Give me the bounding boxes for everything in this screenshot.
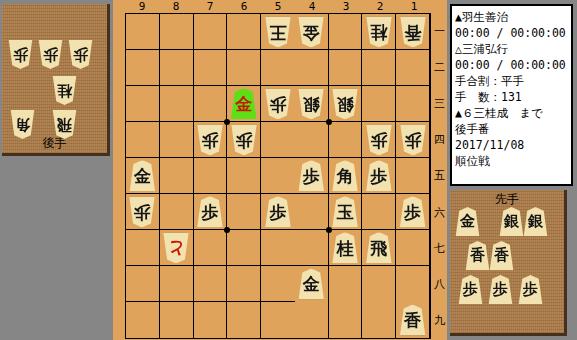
board-cell-3-2[interactable] [329, 50, 363, 86]
board-cell-9-3[interactable] [126, 86, 160, 122]
board-cell-6-7[interactable] [227, 230, 261, 266]
board-cell-8-3[interactable] [160, 86, 194, 122]
board-cell-8-1[interactable] [160, 14, 194, 50]
board-cell-9-2[interactable] [126, 50, 160, 86]
board-cell-4-7[interactable] [295, 230, 329, 266]
shogi-piece-香-19[interactable]: 香 [399, 305, 426, 336]
shogi-piece-歩-25[interactable]: 歩 [365, 160, 392, 191]
shogi-piece-歩-16[interactable]: 歩 [399, 196, 426, 227]
board-cell-9-8[interactable] [126, 266, 160, 302]
file-label: 7 [193, 0, 227, 13]
board-cell-8-6[interactable] [160, 194, 194, 230]
shogi-piece-王-51[interactable]: 王 [264, 16, 291, 47]
shogi-piece-金-95[interactable]: 金 [129, 160, 156, 191]
board-cell-5-5[interactable] [261, 158, 295, 194]
shogi-piece-歩-64[interactable]: 歩 [230, 124, 257, 155]
board-cell-8-8[interactable] [160, 266, 194, 302]
board-cell-5-2[interactable] [261, 50, 295, 86]
info-line: 00:00 / 00:00:00 [455, 57, 569, 73]
info-line: ▲羽生善治 [455, 9, 569, 25]
rank-label: 三 [432, 85, 447, 121]
file-labels: 987654321 [125, 0, 431, 13]
board-cell-6-3[interactable]: 金 [227, 86, 261, 122]
board-cell-4-3[interactable]: 銀 [295, 86, 329, 122]
board-cell-5-6[interactable]: 歩 [261, 194, 295, 230]
file-label: 8 [159, 0, 193, 13]
board-cell-2-7[interactable]: 飛 [362, 230, 396, 266]
board-cell-7-8[interactable] [194, 266, 228, 302]
rank-label: 九 [432, 303, 447, 339]
board-cell-9-5[interactable]: 金 [126, 158, 160, 194]
board-cell-8-9[interactable] [160, 302, 194, 338]
board-cell-1-9[interactable]: 香 [396, 302, 430, 338]
sente-hand-piece-銀[interactable]: 銀 [523, 207, 548, 236]
shogi-piece-飛-27[interactable]: 飛 [365, 232, 392, 263]
file-label: 9 [125, 0, 159, 13]
board-cell-4-5[interactable]: 歩 [295, 158, 329, 194]
info-line: △三浦弘行 [455, 41, 569, 57]
board-cell-9-4[interactable] [126, 122, 160, 158]
board-cell-2-2[interactable] [362, 50, 396, 86]
board-cell-9-9[interactable] [126, 302, 160, 338]
sente-hand-tray: 先手 金銀銀香香歩歩歩 [450, 190, 567, 336]
shogi-piece-香-11[interactable]: 香 [399, 16, 426, 47]
board-cell-2-3[interactable] [362, 86, 396, 122]
board-cell-1-7[interactable] [396, 230, 430, 266]
shogi-piece-銀-43[interactable]: 銀 [298, 88, 325, 119]
board-grid[interactable]: 王金桂香金歩銀銀歩歩歩歩金歩角歩歩歩歩玉歩と桂飛金香 [125, 13, 431, 339]
shogi-piece-歩-45[interactable]: 歩 [298, 160, 325, 191]
board-cell-2-5[interactable]: 歩 [362, 158, 396, 194]
board-cell-7-4[interactable]: 歩 [194, 122, 228, 158]
shogi-piece-歩-74[interactable]: 歩 [196, 124, 223, 155]
file-label: 4 [295, 0, 329, 13]
shogi-piece-桂-21[interactable]: 桂 [365, 16, 392, 47]
board-cell-2-6[interactable] [362, 194, 396, 230]
board-cell-6-2[interactable] [227, 50, 261, 86]
board-cell-1-3[interactable] [396, 86, 430, 122]
star-point [326, 119, 332, 125]
board-cell-6-9[interactable] [227, 302, 261, 338]
rank-label: 八 [432, 267, 447, 303]
board-cell-8-7[interactable]: と [160, 230, 194, 266]
board-cell-4-8[interactable]: 金 [295, 266, 329, 302]
board-cell-9-1[interactable] [126, 14, 160, 50]
board-cell-3-1[interactable] [329, 14, 363, 50]
gote-hand-piece-歩[interactable]: 歩 [38, 40, 63, 69]
board-cell-8-4[interactable] [160, 122, 194, 158]
board-cell-6-1[interactable] [227, 14, 261, 50]
game-info-panel: ▲羽生善治00:00 / 00:00:00△三浦弘行00:00 / 00:00:… [450, 4, 573, 186]
board-cell-4-6[interactable] [295, 194, 329, 230]
board-cell-4-2[interactable] [295, 50, 329, 86]
board-cell-4-4[interactable] [295, 122, 329, 158]
gote-tray-label: 後手 [2, 135, 107, 152]
sente-tray-label: 先手 [450, 191, 564, 208]
board-cell-3-7[interactable]: 桂 [329, 230, 363, 266]
board-cell-5-1[interactable]: 王 [261, 14, 295, 50]
file-label: 5 [261, 0, 295, 13]
board-cell-3-9[interactable] [329, 302, 363, 338]
gote-hand-piece-歩[interactable]: 歩 [68, 40, 93, 69]
board-cell-9-7[interactable] [126, 230, 160, 266]
board-cell-4-1[interactable]: 金 [295, 14, 329, 50]
rank-label: 一 [432, 13, 447, 49]
board-cell-1-2[interactable] [396, 50, 430, 86]
gote-hand-tray: 後手 歩歩歩桂角飛 [2, 4, 110, 156]
board-cell-2-8[interactable] [362, 266, 396, 302]
info-line: ▲６三桂成 まで [455, 105, 569, 121]
shogi-piece-歩-56[interactable]: 歩 [264, 196, 291, 227]
gote-hand-piece-桂[interactable]: 桂 [52, 76, 77, 105]
board-cell-1-6[interactable]: 歩 [396, 194, 430, 230]
board-cell-7-7[interactable] [194, 230, 228, 266]
board-cell-4-9[interactable] [295, 302, 329, 338]
rank-label: 七 [432, 230, 447, 266]
rank-label: 五 [432, 158, 447, 194]
info-line: 手合割：平手 [455, 73, 569, 89]
file-label: 3 [329, 0, 363, 13]
star-point [326, 227, 332, 233]
shogi-piece-玉-36[interactable]: 玉 [332, 196, 359, 227]
board-cell-1-8[interactable] [396, 266, 430, 302]
shogi-piece-角-35[interactable]: 角 [332, 160, 359, 191]
shogi-piece-銀-33[interactable]: 銀 [332, 88, 359, 119]
board-cell-5-3[interactable]: 歩 [261, 86, 295, 122]
board-cell-2-1[interactable]: 桂 [362, 14, 396, 50]
shogi-piece-と-87[interactable]: と [163, 232, 190, 263]
board-cell-3-4[interactable] [329, 122, 363, 158]
board-cell-5-7[interactable] [261, 230, 295, 266]
sente-hand-piece-歩[interactable]: 歩 [518, 275, 543, 304]
board-cell-1-5[interactable] [396, 158, 430, 194]
shogi-piece-歩-96[interactable]: 歩 [129, 196, 156, 227]
board-cell-2-9[interactable] [362, 302, 396, 338]
board-cell-3-5[interactable]: 角 [329, 158, 363, 194]
sente-hand-piece-歩[interactable]: 歩 [458, 275, 483, 304]
board-cell-3-6[interactable]: 玉 [329, 194, 363, 230]
board-cell-7-9[interactable] [194, 302, 228, 338]
board-cell-5-9[interactable] [261, 302, 295, 338]
info-line: 順位戦 [455, 153, 569, 169]
file-label: 2 [363, 0, 397, 13]
board-cell-2-4[interactable]: 歩 [362, 122, 396, 158]
info-line: 手 数：131 [455, 89, 569, 105]
file-label: 6 [227, 0, 261, 13]
sente-hand-piece-香[interactable]: 香 [465, 241, 490, 270]
shogi-board: 987654321 王金桂香金歩銀銀歩歩歩歩金歩角歩歩歩歩玉歩と桂飛金香 一二三… [113, 0, 447, 340]
board-cell-7-3[interactable] [194, 86, 228, 122]
board-cell-1-4[interactable]: 歩 [396, 122, 430, 158]
board-cell-9-6[interactable]: 歩 [126, 194, 160, 230]
gote-hand-piece-歩[interactable]: 歩 [8, 40, 33, 69]
promoted-knight-last-move[interactable]: 金 [230, 88, 257, 119]
board-cell-3-8[interactable] [329, 266, 363, 302]
sente-hand-piece-銀[interactable]: 銀 [499, 207, 524, 236]
board-cell-6-5[interactable] [227, 158, 261, 194]
board-cell-6-6[interactable] [227, 194, 261, 230]
sente-hand-piece-金[interactable]: 金 [455, 207, 480, 236]
board-cell-7-6[interactable]: 歩 [194, 194, 228, 230]
board-cell-3-3[interactable]: 銀 [329, 86, 363, 122]
shogi-piece-歩-53[interactable]: 歩 [264, 88, 291, 119]
board-cell-6-4[interactable]: 歩 [227, 122, 261, 158]
shogi-piece-歩-14[interactable]: 歩 [399, 124, 426, 155]
rank-label: 二 [432, 49, 447, 85]
sente-hand-piece-歩[interactable]: 歩 [488, 275, 513, 304]
board-cell-7-2[interactable] [194, 50, 228, 86]
board-cell-7-1[interactable] [194, 14, 228, 50]
sente-hand-piece-香[interactable]: 香 [489, 241, 514, 270]
board-cell-8-2[interactable] [160, 50, 194, 86]
shogi-piece-金-48[interactable]: 金 [298, 269, 325, 300]
board-cell-1-1[interactable]: 香 [396, 14, 430, 50]
shogi-piece-歩-24[interactable]: 歩 [365, 124, 392, 155]
rank-label: 四 [432, 122, 447, 158]
board-cell-5-8[interactable] [261, 266, 295, 302]
board-cell-5-4[interactable] [261, 122, 295, 158]
file-label: 1 [397, 0, 431, 13]
rank-labels: 一二三四五六七八九 [432, 13, 447, 339]
board-cell-6-8[interactable] [227, 266, 261, 302]
info-line: 後手番 [455, 121, 569, 137]
info-line: 2017/11/08 [455, 137, 569, 153]
rank-label: 六 [432, 194, 447, 230]
shogi-piece-桂-37[interactable]: 桂 [332, 232, 359, 263]
shogi-piece-歩-76[interactable]: 歩 [196, 196, 223, 227]
shogi-piece-金-41[interactable]: 金 [298, 16, 325, 47]
board-cell-8-5[interactable] [160, 158, 194, 194]
info-line: 00:00 / 00:00:00 [455, 25, 569, 41]
board-cell-7-5[interactable] [194, 158, 228, 194]
